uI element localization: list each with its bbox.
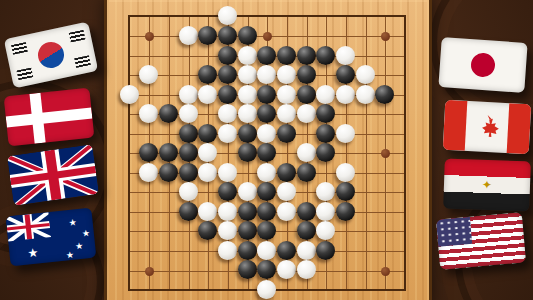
white-stone bbox=[198, 143, 217, 162]
white-stone bbox=[218, 163, 237, 182]
black-stone bbox=[316, 143, 335, 162]
black-stone bbox=[238, 26, 257, 45]
flag-japan[interactable] bbox=[438, 37, 527, 93]
white-stone bbox=[238, 182, 257, 201]
black-stone bbox=[139, 143, 158, 162]
black-stone bbox=[238, 143, 257, 162]
white-stone bbox=[277, 85, 296, 104]
flag-united-states[interactable] bbox=[436, 212, 526, 269]
black-stone bbox=[297, 163, 316, 182]
black-stone bbox=[336, 182, 355, 201]
black-stone bbox=[375, 85, 394, 104]
black-stone bbox=[218, 26, 237, 45]
black-stone bbox=[179, 163, 198, 182]
white-stone bbox=[297, 241, 316, 260]
black-stone bbox=[218, 46, 237, 65]
black-stone bbox=[257, 182, 276, 201]
black-stone bbox=[336, 202, 355, 221]
white-stone bbox=[356, 85, 375, 104]
white-stone bbox=[198, 202, 217, 221]
flag-egypt[interactable]: ✦ bbox=[443, 159, 531, 212]
white-stone bbox=[139, 163, 158, 182]
game-screen: ★★★★★ ✦ bbox=[0, 0, 533, 300]
white-stone bbox=[179, 104, 198, 123]
white-stone bbox=[120, 85, 139, 104]
flag-south-korea[interactable] bbox=[4, 22, 99, 89]
white-stone bbox=[336, 163, 355, 182]
black-stone bbox=[297, 202, 316, 221]
black-stone bbox=[179, 202, 198, 221]
white-stone bbox=[179, 182, 198, 201]
black-stone bbox=[257, 260, 276, 279]
white-stone bbox=[257, 124, 276, 143]
black-stone bbox=[316, 46, 335, 65]
flag-australia[interactable]: ★★★★★ bbox=[6, 208, 97, 267]
black-stone bbox=[179, 143, 198, 162]
black-stone bbox=[179, 124, 198, 143]
black-stone bbox=[316, 104, 335, 123]
black-stone bbox=[238, 260, 257, 279]
white-stone bbox=[257, 65, 276, 84]
white-stone bbox=[139, 65, 158, 84]
black-stone bbox=[218, 85, 237, 104]
white-stone bbox=[257, 280, 276, 299]
white-stone bbox=[277, 65, 296, 84]
white-stone bbox=[316, 202, 335, 221]
black-stone bbox=[218, 182, 237, 201]
black-stone bbox=[238, 124, 257, 143]
white-stone bbox=[277, 202, 296, 221]
black-stone bbox=[159, 143, 178, 162]
black-stone bbox=[257, 104, 276, 123]
gomoku-board[interactable] bbox=[104, 0, 432, 300]
black-stone bbox=[316, 124, 335, 143]
white-stone bbox=[179, 85, 198, 104]
black-stone bbox=[257, 221, 276, 240]
white-stone bbox=[139, 104, 158, 123]
white-stone bbox=[277, 260, 296, 279]
white-stone bbox=[356, 65, 375, 84]
white-stone bbox=[277, 104, 296, 123]
black-stone bbox=[316, 241, 335, 260]
white-stone bbox=[218, 6, 237, 25]
black-stone bbox=[297, 85, 316, 104]
flag-canada[interactable] bbox=[443, 100, 531, 154]
black-stone bbox=[277, 163, 296, 182]
black-stone bbox=[257, 143, 276, 162]
black-stone bbox=[159, 163, 178, 182]
black-stone bbox=[198, 124, 217, 143]
white-stone bbox=[238, 65, 257, 84]
white-stone bbox=[218, 124, 237, 143]
black-stone bbox=[159, 104, 178, 123]
white-stone bbox=[277, 182, 296, 201]
white-stone bbox=[218, 221, 237, 240]
black-stone bbox=[336, 65, 355, 84]
black-stone bbox=[297, 65, 316, 84]
flag-denmark[interactable] bbox=[4, 88, 95, 147]
black-stone bbox=[198, 65, 217, 84]
black-stone bbox=[277, 46, 296, 65]
black-stone bbox=[297, 46, 316, 65]
white-stone bbox=[336, 124, 355, 143]
black-stone bbox=[277, 124, 296, 143]
white-stone bbox=[297, 143, 316, 162]
white-stone bbox=[297, 260, 316, 279]
black-stone bbox=[257, 85, 276, 104]
black-stone bbox=[238, 241, 257, 260]
black-stone bbox=[257, 46, 276, 65]
black-stone bbox=[238, 221, 257, 240]
board-grid[interactable] bbox=[119, 6, 414, 299]
white-stone bbox=[198, 163, 217, 182]
black-stone bbox=[238, 202, 257, 221]
white-stone bbox=[257, 163, 276, 182]
white-stone bbox=[297, 104, 316, 123]
black-stone bbox=[277, 241, 296, 260]
white-stone bbox=[238, 46, 257, 65]
white-stone bbox=[238, 85, 257, 104]
white-stone bbox=[238, 104, 257, 123]
white-stone bbox=[218, 202, 237, 221]
black-stone bbox=[198, 26, 217, 45]
white-stone bbox=[218, 104, 237, 123]
black-stone bbox=[297, 221, 316, 240]
white-stone bbox=[336, 85, 355, 104]
white-stone bbox=[179, 26, 198, 45]
white-stone bbox=[316, 182, 335, 201]
white-stone bbox=[218, 241, 237, 260]
black-stone bbox=[198, 221, 217, 240]
white-stone bbox=[316, 85, 335, 104]
black-stone bbox=[218, 65, 237, 84]
white-stone bbox=[316, 221, 335, 240]
white-stone bbox=[336, 46, 355, 65]
white-stone bbox=[198, 85, 217, 104]
black-stone bbox=[257, 202, 276, 221]
white-stone bbox=[257, 241, 276, 260]
